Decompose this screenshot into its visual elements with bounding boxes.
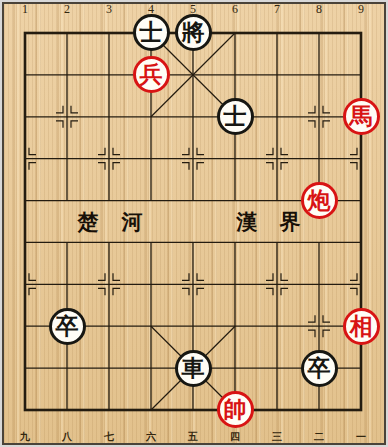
piece-black-chariot[interactable]: 車: [175, 350, 212, 387]
board-point-8-4: 炮: [298, 180, 340, 222]
board-point-9-2: 馬: [340, 96, 382, 138]
piece-black-advisor[interactable]: 士: [217, 98, 254, 135]
piece-red-cannon[interactable]: 炮: [301, 182, 338, 219]
board-point-2-7: 卒: [46, 305, 88, 347]
piece-red-horse[interactable]: 馬: [343, 98, 380, 135]
piece-red-soldier[interactable]: 兵: [133, 56, 170, 93]
board-point-9-7: 相: [340, 305, 382, 347]
xiangqi-board-screenshot: 123456789 楚河漢界 士將兵士馬炮卒相車卒帥 九八七六五四三二一: [0, 0, 388, 447]
board-point-5-8: 車: [172, 347, 214, 389]
board-point-4-1: 兵: [130, 54, 172, 96]
piece-black-advisor[interactable]: 士: [133, 14, 170, 51]
piece-black-soldier[interactable]: 卒: [301, 350, 338, 387]
piece-black-general[interactable]: 將: [175, 14, 212, 51]
piece-black-soldier[interactable]: 卒: [49, 308, 86, 345]
piece-red-general[interactable]: 帥: [217, 391, 254, 428]
board-piece-grid: 士將兵士馬炮卒相車卒帥: [4, 12, 382, 431]
board-point-6-9: 帥: [214, 389, 256, 431]
board-point-5-0: 將: [172, 12, 214, 54]
board-point-6-2: 士: [214, 96, 256, 138]
board-point-4-0: 士: [130, 12, 172, 54]
board-point-8-8: 卒: [298, 347, 340, 389]
piece-red-elephant[interactable]: 相: [343, 308, 380, 345]
